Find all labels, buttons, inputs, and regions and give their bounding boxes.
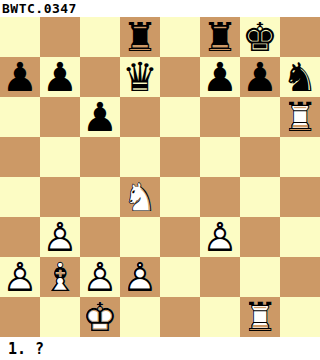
square-a1[interactable] bbox=[0, 297, 40, 337]
square-e4[interactable] bbox=[160, 177, 200, 217]
square-g1[interactable]: ♜♖ bbox=[240, 297, 280, 337]
square-c3[interactable] bbox=[80, 217, 120, 257]
white-pawn-fill: ♟ bbox=[200, 217, 240, 257]
square-c4[interactable] bbox=[80, 177, 120, 217]
square-h7[interactable]: ♞ bbox=[280, 57, 320, 97]
square-c1[interactable]: ♚♔ bbox=[80, 297, 120, 337]
black-knight: ♞ bbox=[280, 57, 320, 97]
square-a4[interactable] bbox=[0, 177, 40, 217]
square-b3[interactable]: ♟♙ bbox=[40, 217, 80, 257]
square-a5[interactable] bbox=[0, 137, 40, 177]
square-h6[interactable]: ♜♖ bbox=[280, 97, 320, 137]
white-pawn-fill: ♟ bbox=[40, 217, 80, 257]
white-pawn: ♙ bbox=[80, 257, 120, 297]
square-e1[interactable] bbox=[160, 297, 200, 337]
square-b7[interactable]: ♟ bbox=[40, 57, 80, 97]
square-b5[interactable] bbox=[40, 137, 80, 177]
square-e2[interactable] bbox=[160, 257, 200, 297]
square-a6[interactable] bbox=[0, 97, 40, 137]
white-pawn-fill: ♟ bbox=[80, 257, 120, 297]
square-g7[interactable]: ♟ bbox=[240, 57, 280, 97]
square-b6[interactable] bbox=[40, 97, 80, 137]
square-g6[interactable] bbox=[240, 97, 280, 137]
square-h2[interactable] bbox=[280, 257, 320, 297]
square-h5[interactable] bbox=[280, 137, 320, 177]
square-f7[interactable]: ♟ bbox=[200, 57, 240, 97]
black-king: ♚ bbox=[240, 17, 280, 57]
square-g5[interactable] bbox=[240, 137, 280, 177]
square-e3[interactable] bbox=[160, 217, 200, 257]
square-h4[interactable] bbox=[280, 177, 320, 217]
square-c6[interactable]: ♟ bbox=[80, 97, 120, 137]
square-d8[interactable]: ♜ bbox=[120, 17, 160, 57]
white-rook: ♖ bbox=[240, 297, 280, 337]
white-knight: ♘ bbox=[120, 177, 160, 217]
square-f5[interactable] bbox=[200, 137, 240, 177]
square-d5[interactable] bbox=[120, 137, 160, 177]
black-pawn: ♟ bbox=[80, 97, 120, 137]
white-knight-fill: ♞ bbox=[120, 177, 160, 217]
puzzle-id: BWTC.0347 bbox=[0, 0, 77, 17]
square-f1[interactable] bbox=[200, 297, 240, 337]
square-h8[interactable] bbox=[280, 17, 320, 57]
square-a8[interactable] bbox=[0, 17, 40, 57]
white-rook: ♖ bbox=[280, 97, 320, 137]
square-d7[interactable]: ♛ bbox=[120, 57, 160, 97]
black-rook: ♜ bbox=[120, 17, 160, 57]
square-f2[interactable] bbox=[200, 257, 240, 297]
square-a7[interactable]: ♟ bbox=[0, 57, 40, 97]
white-king: ♔ bbox=[80, 297, 120, 337]
title-bar: BWTC.0347 bbox=[0, 0, 320, 17]
square-g2[interactable] bbox=[240, 257, 280, 297]
white-pawn: ♙ bbox=[0, 257, 40, 297]
white-pawn: ♙ bbox=[200, 217, 240, 257]
square-c5[interactable] bbox=[80, 137, 120, 177]
square-b2[interactable]: ♝♗ bbox=[40, 257, 80, 297]
square-b4[interactable] bbox=[40, 177, 80, 217]
square-a2[interactable]: ♟♙ bbox=[0, 257, 40, 297]
square-f8[interactable]: ♜ bbox=[200, 17, 240, 57]
black-pawn: ♟ bbox=[200, 57, 240, 97]
black-pawn: ♟ bbox=[0, 57, 40, 97]
square-g3[interactable] bbox=[240, 217, 280, 257]
square-g4[interactable] bbox=[240, 177, 280, 217]
move-prompt: 1. ? bbox=[0, 338, 44, 360]
square-e8[interactable] bbox=[160, 17, 200, 57]
chess-trainer-window: BWTC.0347 ♜♜♚♟♟♛♟♟♞♟♜♖♞♘♟♙♟♙♟♙♝♗♟♙♟♙♚♔♜♖… bbox=[0, 0, 320, 360]
square-e7[interactable] bbox=[160, 57, 200, 97]
white-bishop: ♗ bbox=[40, 257, 80, 297]
white-pawn: ♙ bbox=[40, 217, 80, 257]
square-e6[interactable] bbox=[160, 97, 200, 137]
black-rook: ♜ bbox=[200, 17, 240, 57]
square-c8[interactable] bbox=[80, 17, 120, 57]
square-d2[interactable]: ♟♙ bbox=[120, 257, 160, 297]
square-h3[interactable] bbox=[280, 217, 320, 257]
white-pawn-fill: ♟ bbox=[0, 257, 40, 297]
square-g8[interactable]: ♚ bbox=[240, 17, 280, 57]
black-queen: ♛ bbox=[120, 57, 160, 97]
square-b1[interactable] bbox=[40, 297, 80, 337]
square-d1[interactable] bbox=[120, 297, 160, 337]
square-c7[interactable] bbox=[80, 57, 120, 97]
white-rook-fill: ♜ bbox=[280, 97, 320, 137]
square-d3[interactable] bbox=[120, 217, 160, 257]
white-bishop-fill: ♝ bbox=[40, 257, 80, 297]
square-e5[interactable] bbox=[160, 137, 200, 177]
square-c2[interactable]: ♟♙ bbox=[80, 257, 120, 297]
square-h1[interactable] bbox=[280, 297, 320, 337]
white-pawn: ♙ bbox=[120, 257, 160, 297]
footer-bar: 1. ? bbox=[0, 337, 320, 360]
chess-board: ♜♜♚♟♟♛♟♟♞♟♜♖♞♘♟♙♟♙♟♙♝♗♟♙♟♙♚♔♜♖ bbox=[0, 17, 320, 337]
black-pawn: ♟ bbox=[40, 57, 80, 97]
square-f3[interactable]: ♟♙ bbox=[200, 217, 240, 257]
white-king-fill: ♚ bbox=[80, 297, 120, 337]
square-b8[interactable] bbox=[40, 17, 80, 57]
white-rook-fill: ♜ bbox=[240, 297, 280, 337]
square-f4[interactable] bbox=[200, 177, 240, 217]
white-pawn-fill: ♟ bbox=[120, 257, 160, 297]
square-d6[interactable] bbox=[120, 97, 160, 137]
square-f6[interactable] bbox=[200, 97, 240, 137]
black-pawn: ♟ bbox=[240, 57, 280, 97]
square-a3[interactable] bbox=[0, 217, 40, 257]
square-d4[interactable]: ♞♘ bbox=[120, 177, 160, 217]
